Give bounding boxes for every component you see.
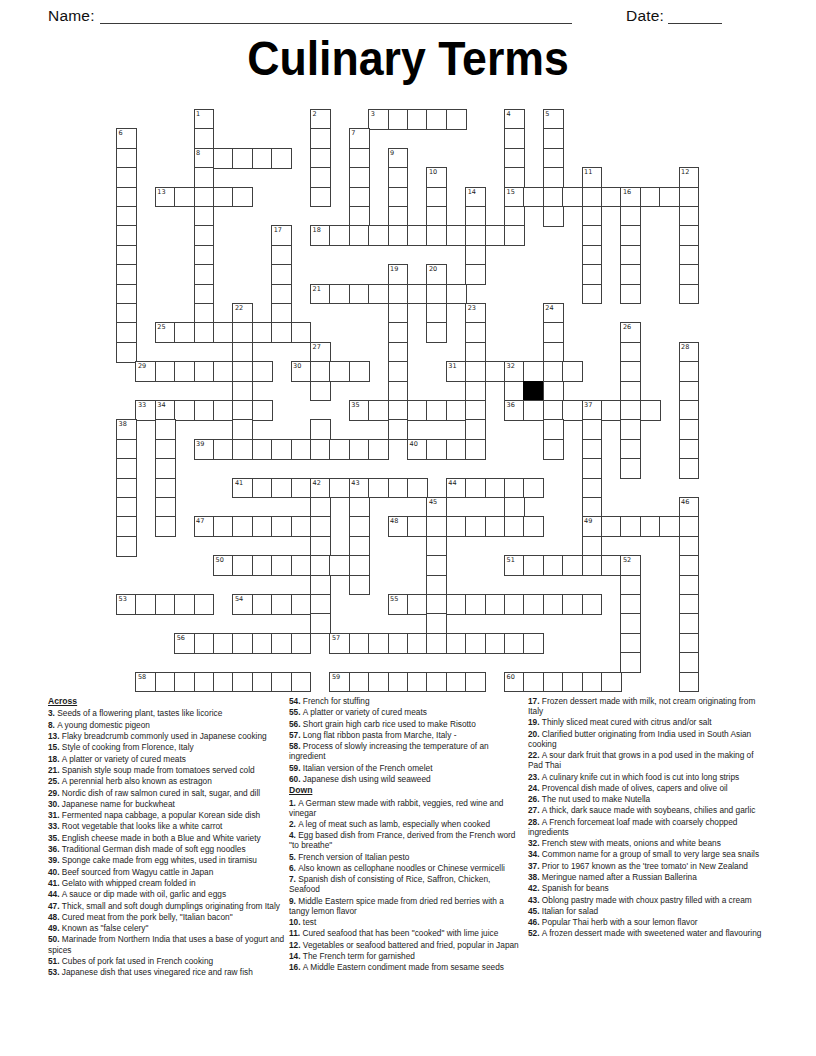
grid-cell-r19c17[interactable]: 44 [446, 478, 467, 499]
grid-cell-r19c21[interactable] [523, 478, 544, 499]
grid-cell-r23c5[interactable]: 50 [213, 555, 234, 576]
grid-cell-r29c17[interactable] [446, 672, 467, 693]
grid-cell-r14c26[interactable] [620, 381, 641, 402]
grid-cell-r3c29[interactable]: 12 [679, 167, 700, 188]
grid-cell-r21c19[interactable] [485, 516, 506, 537]
grid-cell-r3c22[interactable] [543, 167, 564, 188]
grid-cell-r15c3[interactable] [174, 400, 195, 421]
grid-cell-r20c20[interactable] [504, 497, 525, 518]
grid-cell-r25c8[interactable] [271, 594, 292, 615]
grid-cell-r1c12[interactable]: 7 [349, 128, 370, 149]
grid-cell-r13c3[interactable] [174, 361, 195, 382]
grid-cell-r8c24[interactable] [582, 264, 603, 285]
grid-cell-r24c12[interactable] [349, 575, 370, 596]
grid-cell-r10c8[interactable] [271, 303, 292, 324]
grid-cell-r27c12[interactable] [349, 633, 370, 654]
grid-cell-r19c14[interactable] [388, 478, 409, 499]
grid-cell-r11c0[interactable] [116, 322, 137, 343]
grid-cell-r25c1[interactable] [135, 594, 156, 615]
grid-cell-r19c11[interactable] [329, 478, 350, 499]
grid-cell-r5c12[interactable] [349, 206, 370, 227]
grid-cell-r23c9[interactable] [291, 555, 312, 576]
grid-cell-r16c29[interactable] [679, 419, 700, 440]
grid-cell-r29c12[interactable] [349, 672, 370, 693]
grid-cell-r15c12[interactable]: 35 [349, 400, 370, 421]
grid-cell-r6c8[interactable]: 17 [271, 225, 292, 246]
grid-cell-r13c7[interactable] [252, 361, 273, 382]
grid-cell-r18c0[interactable] [116, 458, 137, 479]
grid-cell-r24c10[interactable] [310, 575, 331, 596]
grid-cell-r29c15[interactable] [407, 672, 428, 693]
grid-cell-r10c18[interactable]: 23 [465, 303, 486, 324]
grid-cell-r5c24[interactable] [582, 206, 603, 227]
grid-cell-r17c16[interactable] [426, 439, 447, 460]
grid-cell-r25c2[interactable] [155, 594, 176, 615]
grid-cell-r14c29[interactable] [679, 381, 700, 402]
grid-cell-r26c26[interactable] [620, 613, 641, 634]
grid-cell-r4c26[interactable]: 16 [620, 187, 641, 208]
grid-cell-r2c22[interactable] [543, 148, 564, 169]
grid-cell-r2c5[interactable] [213, 148, 234, 169]
grid-cell-r4c23[interactable] [562, 187, 583, 208]
grid-cell-r10c4[interactable] [194, 303, 215, 324]
grid-cell-r8c16[interactable]: 20 [426, 264, 447, 285]
grid-cell-r21c7[interactable] [252, 516, 273, 537]
grid-cell-r2c8[interactable] [271, 148, 292, 169]
grid-cell-r27c13[interactable] [368, 633, 389, 654]
grid-cell-r13c6[interactable] [232, 361, 253, 382]
grid-cell-r11c4[interactable] [194, 322, 215, 343]
grid-cell-r4c28[interactable] [659, 187, 680, 208]
grid-cell-r11c6[interactable] [232, 322, 253, 343]
grid-cell-r3c12[interactable] [349, 167, 370, 188]
grid-cell-r13c19[interactable] [485, 361, 506, 382]
grid-cell-r4c4[interactable] [194, 187, 215, 208]
grid-cell-r25c18[interactable] [465, 594, 486, 615]
grid-cell-r6c11[interactable] [329, 225, 350, 246]
grid-cell-r23c22[interactable] [543, 555, 564, 576]
grid-cell-r14c20[interactable] [504, 381, 525, 402]
grid-cell-r8c0[interactable] [116, 264, 137, 285]
grid-cell-r14c22[interactable] [543, 381, 564, 402]
grid-cell-r27c20[interactable] [504, 633, 525, 654]
grid-cell-r20c12[interactable] [349, 497, 370, 518]
grid-cell-r23c25[interactable] [601, 555, 622, 576]
grid-cell-r15c16[interactable] [426, 400, 447, 421]
grid-cell-r17c5[interactable] [213, 439, 234, 460]
grid-cell-r13c21[interactable] [523, 361, 544, 382]
grid-cell-r28c26[interactable] [620, 652, 641, 673]
grid-cell-r5c16[interactable] [426, 206, 447, 227]
grid-cell-r4c25[interactable] [601, 187, 622, 208]
grid-cell-r23c26[interactable]: 52 [620, 555, 641, 576]
grid-cell-r27c4[interactable] [194, 633, 215, 654]
grid-cell-r29c11[interactable]: 59 [329, 672, 350, 693]
grid-cell-r6c29[interactable] [679, 225, 700, 246]
grid-cell-r23c29[interactable] [679, 555, 700, 576]
grid-cell-r29c23[interactable] [562, 672, 583, 693]
grid-cell-r19c0[interactable] [116, 478, 137, 499]
grid-cell-r19c7[interactable] [252, 478, 273, 499]
grid-cell-r17c17[interactable] [446, 439, 467, 460]
grid-cell-r6c17[interactable] [446, 225, 467, 246]
grid-cell-r12c10[interactable]: 27 [310, 342, 331, 363]
grid-cell-r8c29[interactable] [679, 264, 700, 285]
grid-cell-r6c14[interactable] [388, 225, 409, 246]
grid-cell-r15c25[interactable] [601, 400, 622, 421]
grid-cell-r6c24[interactable] [582, 225, 603, 246]
grid-cell-r4c6[interactable] [232, 187, 253, 208]
grid-cell-r15c20[interactable]: 36 [504, 400, 525, 421]
grid-cell-r13c22[interactable] [543, 361, 564, 382]
grid-cell-r13c29[interactable] [679, 361, 700, 382]
grid-cell-r21c6[interactable] [232, 516, 253, 537]
grid-cell-r18c26[interactable] [620, 458, 641, 479]
grid-cell-r17c6[interactable] [232, 439, 253, 460]
grid-cell-r13c12[interactable] [349, 361, 370, 382]
grid-cell-r4c10[interactable] [310, 187, 331, 208]
grid-cell-r21c15[interactable] [407, 516, 428, 537]
grid-cell-r29c16[interactable] [426, 672, 447, 693]
grid-cell-r2c14[interactable]: 9 [388, 148, 409, 169]
grid-cell-r22c16[interactable] [426, 536, 447, 557]
grid-cell-r4c14[interactable] [388, 187, 409, 208]
grid-cell-r3c24[interactable]: 11 [582, 167, 603, 188]
grid-cell-r5c22[interactable] [543, 206, 564, 227]
grid-cell-r11c3[interactable] [174, 322, 195, 343]
grid-cell-r21c0[interactable] [116, 516, 137, 537]
grid-cell-r15c24[interactable]: 37 [582, 400, 603, 421]
grid-cell-r20c0[interactable] [116, 497, 137, 518]
grid-cell-r29c18[interactable] [465, 672, 486, 693]
grid-cell-r10c0[interactable] [116, 303, 137, 324]
grid-cell-r6c16[interactable] [426, 225, 447, 246]
grid-cell-r16c10[interactable] [310, 419, 331, 440]
grid-cell-r21c10[interactable] [310, 516, 331, 537]
grid-cell-r29c22[interactable] [543, 672, 564, 693]
grid-cell-r15c27[interactable] [640, 400, 661, 421]
grid-cell-r29c25[interactable] [601, 672, 622, 693]
grid-cell-r8c8[interactable] [271, 264, 292, 285]
grid-cell-r23c20[interactable]: 51 [504, 555, 525, 576]
grid-cell-r22c10[interactable] [310, 536, 331, 557]
grid-cell-r17c12[interactable] [349, 439, 370, 460]
grid-cell-r11c9[interactable] [291, 322, 312, 343]
grid-cell-r17c15[interactable]: 40 [407, 439, 428, 460]
grid-cell-r12c18[interactable] [465, 342, 486, 363]
grid-cell-r2c10[interactable] [310, 148, 331, 169]
grid-cell-r29c6[interactable] [232, 672, 253, 693]
grid-cell-r21c12[interactable] [349, 516, 370, 537]
grid-cell-r6c26[interactable] [620, 225, 641, 246]
grid-cell-r16c6[interactable] [232, 419, 253, 440]
grid-cell-r29c14[interactable] [388, 672, 409, 693]
grid-cell-r15c13[interactable] [368, 400, 389, 421]
grid-cell-r4c12[interactable] [349, 187, 370, 208]
grid-cell-r23c16[interactable] [426, 555, 447, 576]
grid-cell-r23c12[interactable] [349, 555, 370, 576]
grid-cell-r15c15[interactable] [407, 400, 428, 421]
grid-cell-r28c29[interactable] [679, 652, 700, 673]
grid-cell-r1c0[interactable]: 6 [116, 128, 137, 149]
grid-cell-r17c4[interactable]: 39 [194, 439, 215, 460]
grid-cell-r27c21[interactable] [523, 633, 544, 654]
grid-cell-r7c4[interactable] [194, 245, 215, 266]
grid-cell-r9c4[interactable] [194, 284, 215, 305]
grid-cell-r26c29[interactable] [679, 613, 700, 634]
grid-cell-r5c4[interactable] [194, 206, 215, 227]
grid-cell-r17c29[interactable] [679, 439, 700, 460]
grid-cell-r25c17[interactable] [446, 594, 467, 615]
grid-cell-r9c15[interactable] [407, 284, 428, 305]
grid-cell-r0c22[interactable]: 5 [543, 109, 564, 130]
grid-cell-r19c12[interactable]: 43 [349, 478, 370, 499]
grid-cell-r17c0[interactable] [116, 439, 137, 460]
grid-cell-r8c14[interactable]: 19 [388, 264, 409, 285]
name-fill-line[interactable] [100, 23, 572, 24]
grid-cell-r11c18[interactable] [465, 322, 486, 343]
grid-cell-r15c21[interactable] [523, 400, 544, 421]
grid-cell-r6c19[interactable] [485, 225, 506, 246]
grid-cell-r25c24[interactable] [582, 594, 603, 615]
grid-cell-r23c24[interactable] [582, 555, 603, 576]
grid-cell-r27c11[interactable]: 57 [329, 633, 350, 654]
grid-cell-r25c9[interactable] [291, 594, 312, 615]
grid-cell-r21c25[interactable] [601, 516, 622, 537]
grid-cell-r15c7[interactable] [252, 400, 273, 421]
grid-cell-r16c22[interactable] [543, 419, 564, 440]
grid-cell-r1c4[interactable] [194, 128, 215, 149]
grid-cell-r18c29[interactable] [679, 458, 700, 479]
grid-cell-r1c10[interactable] [310, 128, 331, 149]
grid-cell-r27c18[interactable] [465, 633, 486, 654]
grid-cell-r27c19[interactable] [485, 633, 506, 654]
grid-cell-r24c29[interactable] [679, 575, 700, 596]
grid-cell-r5c14[interactable] [388, 206, 409, 227]
grid-cell-r16c2[interactable] [155, 419, 176, 440]
grid-cell-r11c22[interactable] [543, 322, 564, 343]
grid-cell-r6c20[interactable] [504, 225, 525, 246]
grid-cell-r23c11[interactable] [329, 555, 350, 576]
grid-cell-r13c18[interactable] [465, 361, 486, 382]
grid-cell-r15c2[interactable]: 34 [155, 400, 176, 421]
grid-cell-r23c21[interactable] [523, 555, 544, 576]
grid-cell-r13c26[interactable] [620, 361, 641, 382]
grid-cell-r9c24[interactable] [582, 284, 603, 305]
grid-cell-r17c13[interactable] [368, 439, 389, 460]
grid-cell-r11c26[interactable]: 26 [620, 322, 641, 343]
grid-cell-r3c4[interactable] [194, 167, 215, 188]
grid-cell-r3c0[interactable] [116, 167, 137, 188]
grid-cell-r15c5[interactable] [213, 400, 234, 421]
grid-cell-r13c14[interactable] [388, 361, 409, 382]
grid-cell-r2c4[interactable]: 8 [194, 148, 215, 169]
grid-cell-r25c7[interactable] [252, 594, 273, 615]
grid-cell-r15c17[interactable] [446, 400, 467, 421]
grid-cell-r7c29[interactable] [679, 245, 700, 266]
grid-cell-r13c10[interactable] [310, 361, 331, 382]
grid-cell-r10c14[interactable] [388, 303, 409, 324]
grid-cell-r22c12[interactable] [349, 536, 370, 557]
grid-cell-r17c22[interactable] [543, 439, 564, 460]
grid-cell-r9c11[interactable] [329, 284, 350, 305]
grid-cell-r25c22[interactable] [543, 594, 564, 615]
grid-cell-r21c18[interactable] [465, 516, 486, 537]
grid-cell-r4c20[interactable]: 15 [504, 187, 525, 208]
grid-cell-r9c12[interactable] [349, 284, 370, 305]
grid-cell-r9c8[interactable] [271, 284, 292, 305]
grid-cell-r22c29[interactable] [679, 536, 700, 557]
grid-cell-r13c17[interactable]: 31 [446, 361, 467, 382]
grid-cell-r25c3[interactable] [174, 594, 195, 615]
grid-cell-r14c18[interactable] [465, 381, 486, 402]
grid-cell-r21c29[interactable] [679, 516, 700, 537]
grid-cell-r15c6[interactable] [232, 400, 253, 421]
grid-cell-r16c14[interactable] [388, 419, 409, 440]
grid-cell-r11c16[interactable] [426, 322, 447, 343]
grid-cell-r29c4[interactable] [194, 672, 215, 693]
grid-cell-r11c5[interactable] [213, 322, 234, 343]
grid-cell-r13c2[interactable] [155, 361, 176, 382]
grid-cell-r25c10[interactable] [310, 594, 331, 615]
grid-cell-r19c9[interactable] [291, 478, 312, 499]
grid-cell-r4c16[interactable] [426, 187, 447, 208]
date-fill-line[interactable] [668, 23, 722, 24]
grid-cell-r9c29[interactable] [679, 284, 700, 305]
grid-cell-r21c20[interactable] [504, 516, 525, 537]
grid-cell-r25c6[interactable]: 54 [232, 594, 253, 615]
grid-cell-r6c4[interactable] [194, 225, 215, 246]
grid-cell-r24c16[interactable] [426, 575, 447, 596]
grid-cell-r27c7[interactable] [252, 633, 273, 654]
grid-cell-r4c27[interactable] [640, 187, 661, 208]
grid-cell-r25c4[interactable] [194, 594, 215, 615]
grid-cell-r4c24[interactable] [582, 187, 603, 208]
grid-cell-r6c15[interactable] [407, 225, 428, 246]
grid-cell-r17c24[interactable] [582, 439, 603, 460]
grid-cell-r21c2[interactable] [155, 516, 176, 537]
grid-cell-r25c16[interactable] [426, 594, 447, 615]
grid-cell-r2c20[interactable] [504, 148, 525, 169]
grid-cell-r15c23[interactable] [562, 400, 583, 421]
grid-cell-r21c14[interactable]: 48 [388, 516, 409, 537]
grid-cell-r7c26[interactable] [620, 245, 641, 266]
grid-cell-r6c18[interactable] [465, 225, 486, 246]
grid-cell-r17c9[interactable] [291, 439, 312, 460]
grid-cell-r8c26[interactable] [620, 264, 641, 285]
grid-cell-r29c20[interactable]: 60 [504, 672, 525, 693]
grid-cell-r6c12[interactable] [349, 225, 370, 246]
grid-cell-r13c1[interactable]: 29 [135, 361, 156, 382]
grid-cell-r0c14[interactable] [388, 109, 409, 130]
grid-cell-r26c16[interactable] [426, 613, 447, 634]
grid-cell-r12c14[interactable] [388, 342, 409, 363]
grid-cell-r7c0[interactable] [116, 245, 137, 266]
grid-cell-r21c28[interactable] [659, 516, 680, 537]
grid-cell-r9c0[interactable] [116, 284, 137, 305]
grid-cell-r14c6[interactable] [232, 381, 253, 402]
grid-cell-r27c9[interactable] [291, 633, 312, 654]
grid-cell-r19c24[interactable] [582, 478, 603, 499]
grid-cell-r0c15[interactable] [407, 109, 428, 130]
grid-cell-r15c29[interactable] [679, 400, 700, 421]
grid-cell-r4c18[interactable]: 14 [465, 187, 486, 208]
grid-cell-r5c29[interactable] [679, 206, 700, 227]
grid-cell-r27c8[interactable] [271, 633, 292, 654]
grid-cell-r15c26[interactable] [620, 400, 641, 421]
grid-cell-r2c0[interactable] [116, 148, 137, 169]
grid-cell-r20c16[interactable]: 45 [426, 497, 447, 518]
grid-cell-r6c10[interactable]: 18 [310, 225, 331, 246]
grid-cell-r4c22[interactable] [543, 187, 564, 208]
grid-cell-r10c6[interactable]: 22 [232, 303, 253, 324]
grid-cell-r4c0[interactable] [116, 187, 137, 208]
grid-cell-r12c22[interactable] [543, 342, 564, 363]
grid-cell-r19c10[interactable]: 42 [310, 478, 331, 499]
grid-cell-r25c29[interactable] [679, 594, 700, 615]
grid-cell-r21c17[interactable] [446, 516, 467, 537]
grid-cell-r23c10[interactable] [310, 555, 331, 576]
grid-cell-r25c26[interactable] [620, 594, 641, 615]
grid-cell-r6c0[interactable] [116, 225, 137, 246]
grid-cell-r25c23[interactable] [562, 594, 583, 615]
grid-cell-r11c8[interactable] [271, 322, 292, 343]
grid-cell-r21c9[interactable] [291, 516, 312, 537]
grid-cell-r2c12[interactable] [349, 148, 370, 169]
grid-cell-r3c20[interactable] [504, 167, 525, 188]
grid-cell-r20c29[interactable]: 46 [679, 497, 700, 518]
grid-cell-r9c13[interactable] [368, 284, 389, 305]
grid-cell-r10c16[interactable] [426, 303, 447, 324]
grid-cell-r21c24[interactable]: 49 [582, 516, 603, 537]
grid-cell-r8c4[interactable] [194, 264, 215, 285]
grid-cell-r23c8[interactable] [271, 555, 292, 576]
grid-cell-r19c2[interactable] [155, 478, 176, 499]
grid-cell-r9c10[interactable]: 21 [310, 284, 331, 305]
grid-cell-r13c4[interactable] [194, 361, 215, 382]
grid-cell-r27c5[interactable] [213, 633, 234, 654]
grid-cell-r1c20[interactable] [504, 128, 525, 149]
grid-cell-r20c10[interactable] [310, 497, 331, 518]
grid-cell-r15c18[interactable] [465, 400, 486, 421]
grid-cell-r16c26[interactable] [620, 419, 641, 440]
grid-cell-r9c17[interactable] [446, 284, 467, 305]
grid-cell-r3c14[interactable] [388, 167, 409, 188]
grid-cell-r19c20[interactable] [504, 478, 525, 499]
grid-cell-r29c8[interactable] [271, 672, 292, 693]
grid-cell-r7c18[interactable] [465, 245, 486, 266]
grid-cell-r4c3[interactable] [174, 187, 195, 208]
grid-cell-r19c6[interactable]: 41 [232, 478, 253, 499]
grid-cell-r17c18[interactable] [465, 439, 486, 460]
grid-cell-r25c21[interactable] [523, 594, 544, 615]
grid-cell-r15c1[interactable]: 33 [135, 400, 156, 421]
grid-cell-r21c5[interactable] [213, 516, 234, 537]
grid-cell-r17c11[interactable] [329, 439, 350, 460]
grid-cell-r9c14[interactable] [388, 284, 409, 305]
grid-cell-r25c14[interactable]: 55 [388, 594, 409, 615]
grid-cell-r16c0[interactable]: 38 [116, 419, 137, 440]
grid-cell-r13c5[interactable] [213, 361, 234, 382]
grid-cell-r9c26[interactable] [620, 284, 641, 305]
grid-cell-r27c29[interactable] [679, 633, 700, 654]
grid-cell-r13c23[interactable] [562, 361, 583, 382]
grid-cell-r12c29[interactable]: 28 [679, 342, 700, 363]
grid-cell-r29c29[interactable] [679, 672, 700, 693]
grid-cell-r27c6[interactable] [232, 633, 253, 654]
grid-cell-r29c9[interactable] [291, 672, 312, 693]
grid-cell-r14c14[interactable] [388, 381, 409, 402]
